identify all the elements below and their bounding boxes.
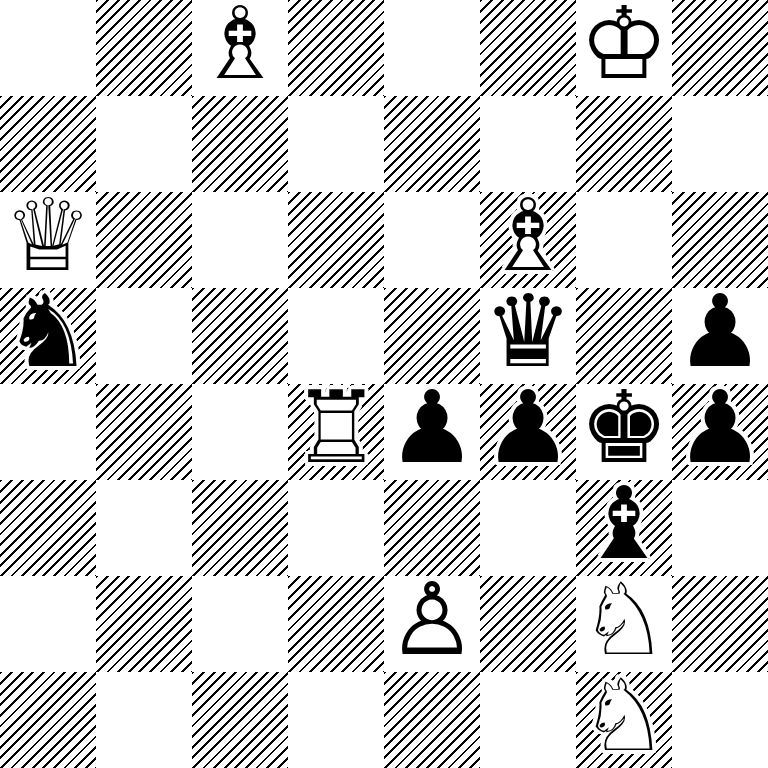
piece-white-rook[interactable]: ♜♖ — [288, 384, 384, 480]
white-rook-glyph: ♖ — [291, 380, 381, 476]
square-d1[interactable] — [288, 672, 384, 768]
piece-white-king[interactable]: ♚♔ — [576, 0, 672, 96]
white-king-glyph: ♔ — [579, 0, 669, 92]
square-d4[interactable]: ♜♖ — [288, 384, 384, 480]
square-e6[interactable] — [384, 192, 480, 288]
square-b3[interactable] — [96, 480, 192, 576]
square-a4[interactable] — [0, 384, 96, 480]
square-g1[interactable]: ♞♘ — [576, 672, 672, 768]
square-c8[interactable]: ♝♗ — [192, 0, 288, 96]
piece-black-knight[interactable]: ♞♞ — [0, 288, 96, 384]
square-a8[interactable] — [0, 0, 96, 96]
chess-diagram: ♝♗♚♔♛♕♝♗♞♞♛♛♟♟♜♖♟♟♟♟♚♚♟♟♝♝♟♙♞♘♞♘ — [0, 0, 768, 768]
chess-board: ♝♗♚♔♛♕♝♗♞♞♛♛♟♟♜♖♟♟♟♟♚♚♟♟♝♝♟♙♞♘♞♘ — [0, 0, 768, 768]
square-d3[interactable] — [288, 480, 384, 576]
square-f8[interactable] — [480, 0, 576, 96]
square-a2[interactable] — [0, 576, 96, 672]
black-queen-glyph: ♛ — [483, 284, 573, 380]
square-e4[interactable]: ♟♟ — [384, 384, 480, 480]
square-e8[interactable] — [384, 0, 480, 96]
square-b4[interactable] — [96, 384, 192, 480]
square-b2[interactable] — [96, 576, 192, 672]
piece-black-pawn[interactable]: ♟♟ — [384, 384, 480, 480]
black-pawn-glyph: ♟ — [675, 284, 765, 380]
square-h3[interactable] — [672, 480, 768, 576]
white-queen-glyph: ♕ — [3, 188, 93, 284]
square-c2[interactable] — [192, 576, 288, 672]
square-f4[interactable]: ♟♟ — [480, 384, 576, 480]
white-bishop-glyph: ♗ — [195, 0, 285, 92]
piece-white-knight[interactable]: ♞♘ — [576, 672, 672, 768]
square-b8[interactable] — [96, 0, 192, 96]
square-e2[interactable]: ♟♙ — [384, 576, 480, 672]
square-c3[interactable] — [192, 480, 288, 576]
square-a5[interactable]: ♞♞ — [0, 288, 96, 384]
square-a1[interactable] — [0, 672, 96, 768]
square-c1[interactable] — [192, 672, 288, 768]
square-e1[interactable] — [384, 672, 480, 768]
square-c7[interactable] — [192, 96, 288, 192]
square-c4[interactable] — [192, 384, 288, 480]
square-h2[interactable] — [672, 576, 768, 672]
square-g8[interactable]: ♚♔ — [576, 0, 672, 96]
square-h1[interactable] — [672, 672, 768, 768]
white-pawn-glyph: ♙ — [387, 572, 477, 668]
white-knight-glyph: ♘ — [579, 668, 669, 764]
square-d8[interactable] — [288, 0, 384, 96]
square-h7[interactable] — [672, 96, 768, 192]
black-pawn-glyph: ♟ — [483, 380, 573, 476]
black-knight-glyph: ♞ — [3, 284, 93, 380]
square-d7[interactable] — [288, 96, 384, 192]
black-king-glyph: ♚ — [579, 380, 669, 476]
square-f2[interactable] — [480, 576, 576, 672]
square-f1[interactable] — [480, 672, 576, 768]
piece-white-pawn[interactable]: ♟♙ — [384, 576, 480, 672]
square-b7[interactable] — [96, 96, 192, 192]
piece-white-bishop[interactable]: ♝♗ — [192, 0, 288, 96]
square-c5[interactable] — [192, 288, 288, 384]
piece-black-pawn[interactable]: ♟♟ — [480, 384, 576, 480]
black-bishop-glyph: ♝ — [579, 476, 669, 572]
white-knight-glyph: ♘ — [579, 572, 669, 668]
square-f3[interactable] — [480, 480, 576, 576]
square-e7[interactable] — [384, 96, 480, 192]
square-d2[interactable] — [288, 576, 384, 672]
square-b6[interactable] — [96, 192, 192, 288]
black-pawn-glyph: ♟ — [675, 380, 765, 476]
white-bishop-glyph: ♗ — [483, 188, 573, 284]
square-d6[interactable] — [288, 192, 384, 288]
square-g7[interactable] — [576, 96, 672, 192]
square-b1[interactable] — [96, 672, 192, 768]
black-pawn-glyph: ♟ — [387, 380, 477, 476]
square-b5[interactable] — [96, 288, 192, 384]
square-g6[interactable] — [576, 192, 672, 288]
square-h8[interactable] — [672, 0, 768, 96]
piece-black-pawn[interactable]: ♟♟ — [672, 384, 768, 480]
square-a3[interactable] — [0, 480, 96, 576]
square-h4[interactable]: ♟♟ — [672, 384, 768, 480]
square-c6[interactable] — [192, 192, 288, 288]
